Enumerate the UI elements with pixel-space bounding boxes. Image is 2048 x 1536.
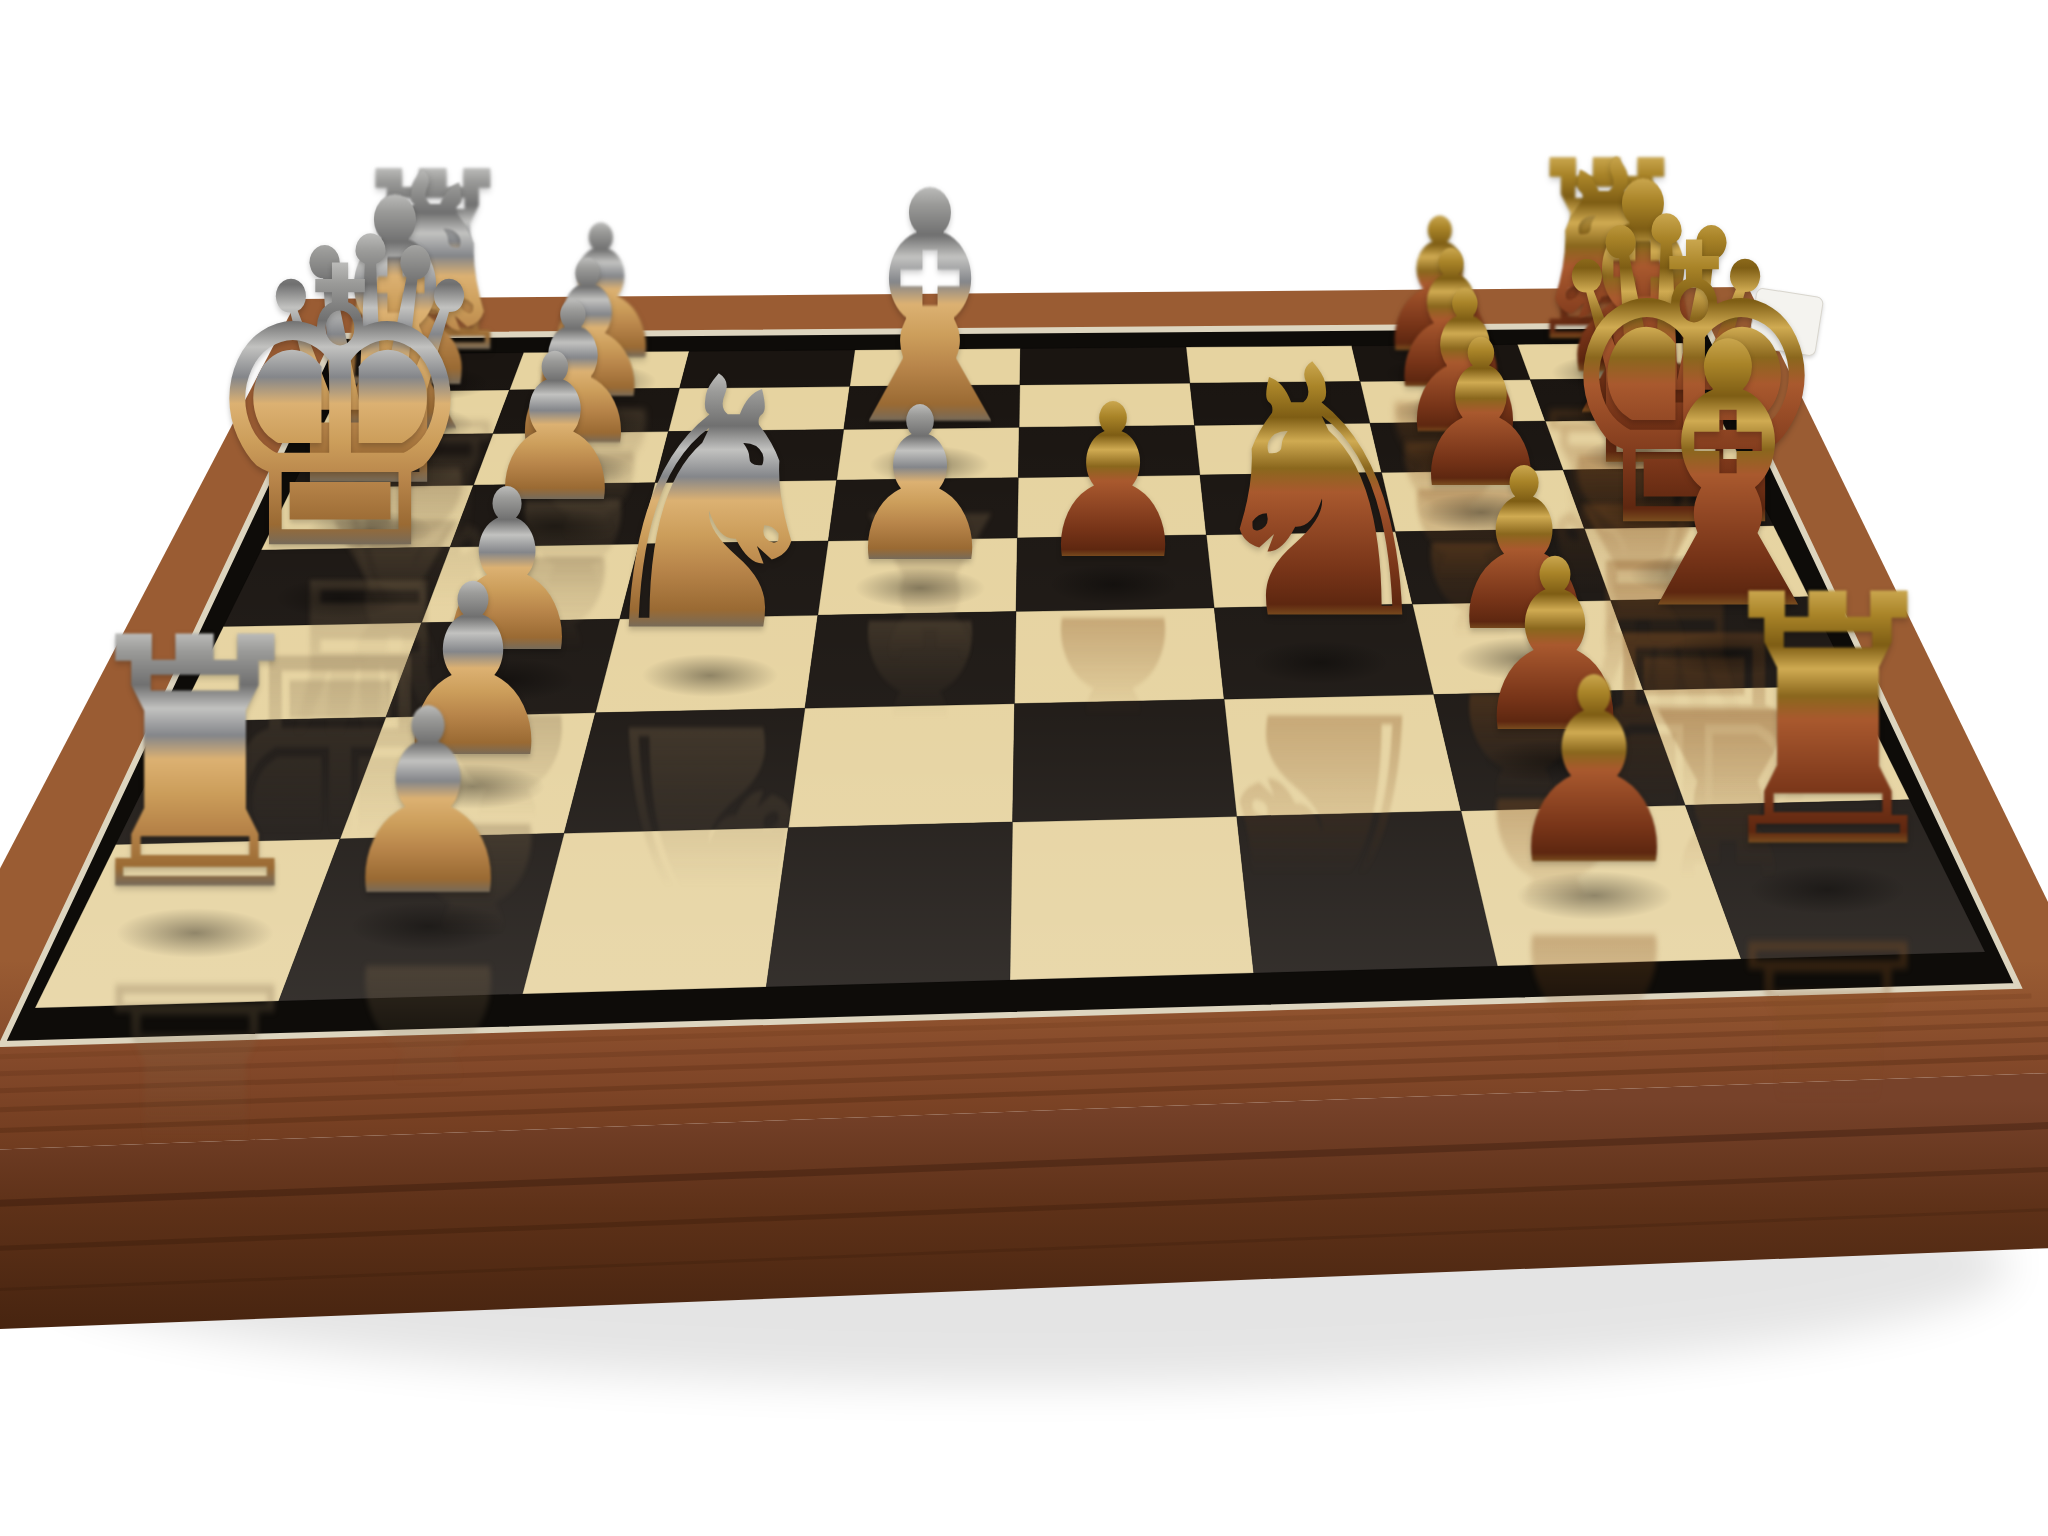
- piece-black-pawn-e5[interactable]: ♟: [1035, 379, 1191, 587]
- piece-reflection: ♞: [1193, 665, 1448, 1005]
- piece-reflection: ♟: [1500, 898, 1688, 1149]
- piece-white-rook-h1[interactable]: ♜: [68, 598, 321, 936]
- piece-black-rook-h8[interactable]: ♜: [1701, 554, 1954, 892]
- scene: ♜♜♟♟♜♜♟♟♞♞♟♟♞♞♟♟♝♝♟♟♝♝♝♝♟♟♛♛♟♟♛♛♟♟♚♚♟♟♚♚…: [0, 0, 2048, 1536]
- piece-reflection: ♜: [68, 935, 321, 1273]
- piece-white-pawn-e4[interactable]: ♟: [842, 382, 998, 590]
- piece-reflection: ♞: [583, 677, 838, 1017]
- piece-reflection: ♟: [1035, 587, 1191, 795]
- piece-reflection: ♟: [334, 929, 522, 1180]
- piece-black-pawn-h7[interactable]: ♟: [1500, 647, 1688, 898]
- piece-reflection: ♜: [1701, 892, 1954, 1230]
- piece-black-knight-f6[interactable]: ♞: [1193, 326, 1448, 666]
- pieces-layer: ♜♜♟♟♜♜♟♟♞♞♟♟♞♞♟♟♝♝♟♟♝♝♝♝♟♟♛♛♟♟♛♛♟♟♚♚♟♟♚♚…: [0, 0, 2048, 1536]
- piece-white-knight-f3[interactable]: ♞: [583, 338, 838, 678]
- piece-reflection: ♟: [842, 590, 998, 798]
- piece-white-pawn-h2[interactable]: ♟: [334, 678, 522, 929]
